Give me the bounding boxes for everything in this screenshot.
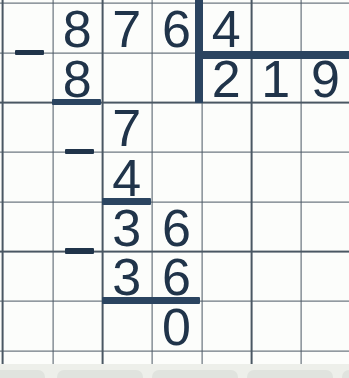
cell-r4-c3: 6 bbox=[152, 201, 202, 251]
cell-r1-c4: 2 bbox=[201, 52, 251, 102]
answer-option-button[interactable] bbox=[342, 370, 349, 378]
cell-r1-c6: 9 bbox=[301, 52, 349, 102]
subtraction-underline bbox=[102, 198, 151, 205]
minus-sign bbox=[65, 149, 94, 155]
subtraction-underline bbox=[52, 99, 101, 106]
cell-r0-c1: 8 bbox=[52, 3, 102, 53]
answer-options-row bbox=[0, 364, 349, 378]
subtraction-underline bbox=[102, 297, 200, 304]
answer-option-button[interactable] bbox=[57, 370, 143, 378]
cell-r1-c1: 8 bbox=[52, 52, 102, 102]
answer-option-button[interactable] bbox=[152, 370, 238, 378]
long-division-board: 876482197436360 bbox=[0, 0, 349, 378]
cell-r0-c2: 7 bbox=[102, 3, 152, 53]
cell-r0-c4: 4 bbox=[201, 3, 251, 53]
cell-r2-c2: 7 bbox=[102, 102, 152, 152]
answer-option-button[interactable] bbox=[247, 370, 333, 378]
cell-r3-c2: 4 bbox=[102, 152, 152, 202]
minus-sign bbox=[65, 248, 94, 254]
cell-r6-c3: 0 bbox=[152, 301, 202, 351]
cell-r5-c3: 6 bbox=[152, 251, 202, 301]
division-bracket-horizontal-bar bbox=[195, 51, 349, 59]
cell-r5-c2: 3 bbox=[102, 251, 152, 301]
answer-option-button[interactable] bbox=[0, 370, 45, 378]
cell-r1-c5: 1 bbox=[251, 52, 301, 102]
minus-sign bbox=[15, 50, 44, 56]
cell-r4-c2: 3 bbox=[102, 201, 152, 251]
